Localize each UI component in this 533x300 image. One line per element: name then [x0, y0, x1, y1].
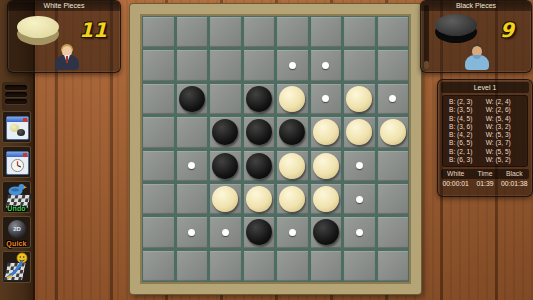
- black-time-header: Black: [500, 169, 529, 179]
- menu-slot: [5, 99, 27, 104]
- black-move: B: (4, 2): [446, 131, 486, 139]
- white-move: W: (5, 2): [486, 156, 511, 164]
- board-cell-4-3[interactable]: [210, 117, 241, 147]
- black-move: B: (3, 6): [446, 123, 486, 131]
- black-panel-title: Black Pieces: [421, 1, 531, 11]
- board-cell-7-4[interactable]: [244, 217, 275, 247]
- white-disc: [279, 186, 305, 212]
- board-cell-5-5[interactable]: [277, 151, 308, 181]
- board-cell-4-2[interactable]: [177, 117, 208, 147]
- time-table-header: White Time Black: [441, 169, 529, 179]
- board-cell-3-2[interactable]: [177, 84, 208, 114]
- move-history-panel: Level 1 B: (2, 3)W: (2, 4)B: (3, 5)W: (2…: [437, 79, 533, 197]
- board-cell-4-5[interactable]: [277, 117, 308, 147]
- white-time-header: White: [441, 169, 470, 179]
- move-row: B: (4, 2)W: (5, 3): [446, 131, 524, 139]
- time-table-values: 00:00:01 01:39 00:01:38: [441, 180, 529, 187]
- board-cell-2-4[interactable]: [244, 50, 275, 80]
- board-cell-7-8[interactable]: [378, 217, 409, 247]
- black-move: B: (2, 1): [446, 148, 486, 156]
- board-cell-5-4[interactable]: [244, 151, 275, 181]
- white-move: W: (2, 6): [486, 106, 511, 114]
- board-cell-2-2[interactable]: [177, 50, 208, 80]
- board-cell-6-4[interactable]: [244, 184, 275, 214]
- board-cell-4-4[interactable]: [244, 117, 275, 147]
- white-disc-icon: [17, 16, 59, 46]
- board-cell-7-1[interactable]: [143, 217, 174, 247]
- new-game-icon: [6, 116, 29, 140]
- white-score-panel: White Pieces 11: [7, 0, 121, 73]
- board-cell-6-8[interactable]: [378, 184, 409, 214]
- white-move: W: (5, 5): [486, 148, 511, 156]
- white-disc: [246, 186, 272, 212]
- white-disc: [313, 153, 339, 179]
- move-hint-dot: [289, 229, 296, 236]
- white-disc: [346, 119, 372, 145]
- board-cell-1-5[interactable]: [277, 17, 308, 47]
- board-cell-8-5[interactable]: [277, 251, 308, 281]
- white-move: W: (3, 7): [486, 139, 511, 147]
- black-disc: [246, 219, 272, 245]
- menu-slot: [5, 92, 27, 97]
- board-cell-1-6[interactable]: [311, 17, 342, 47]
- board-cell-4-8[interactable]: [378, 117, 409, 147]
- board-cell-3-5[interactable]: [277, 84, 308, 114]
- board-cell-1-3[interactable]: [210, 17, 241, 47]
- board-cell-2-1[interactable]: [143, 50, 174, 80]
- white-disc: [380, 119, 406, 145]
- undo-bird-icon: [5, 183, 29, 197]
- white-panel-title: White Pieces: [8, 1, 120, 11]
- board-cell-8-7[interactable]: [344, 251, 375, 281]
- board-grid: [130, 4, 421, 294]
- black-move: B: (3, 5): [446, 106, 486, 114]
- moves-list: B: (2, 3)W: (2, 4)B: (3, 5)W: (2, 6)B: (…: [442, 95, 528, 167]
- board-cell-2-6[interactable]: [311, 50, 342, 80]
- move-row: B: (6, 5)W: (3, 7): [446, 139, 524, 147]
- board-cell-3-6[interactable]: [311, 84, 342, 114]
- board-cell-4-1[interactable]: [143, 117, 174, 147]
- panel-scrollbar[interactable]: [424, 5, 429, 69]
- board-cell-7-5[interactable]: [277, 217, 308, 247]
- board-cell-3-1[interactable]: [143, 84, 174, 114]
- board-cell-4-7[interactable]: [344, 117, 375, 147]
- clock-settings-button[interactable]: [2, 146, 31, 178]
- clock-window-icon: [6, 151, 29, 175]
- black-move: B: (6, 5): [446, 139, 486, 147]
- white-disc: [279, 86, 305, 112]
- board-cell-8-3[interactable]: [210, 251, 241, 281]
- black-piece-count: 9: [500, 18, 514, 42]
- quick-button-label: Quick: [3, 240, 30, 247]
- black-disc: [179, 86, 205, 112]
- black-disc: [246, 119, 272, 145]
- white-disc: [346, 86, 372, 112]
- board-cell-8-1[interactable]: [143, 251, 174, 281]
- board-cell-8-4[interactable]: [244, 251, 275, 281]
- black-disc: [313, 219, 339, 245]
- board-cell-2-3[interactable]: [210, 50, 241, 80]
- black-disc: [212, 119, 238, 145]
- board-cell-5-3[interactable]: [210, 151, 241, 181]
- board-cell-7-7[interactable]: [344, 217, 375, 247]
- board-cell-6-1[interactable]: [143, 184, 174, 214]
- time-header: Time: [470, 169, 499, 179]
- board-cell-3-8[interactable]: [378, 84, 409, 114]
- board-cell-7-3[interactable]: [210, 217, 241, 247]
- board-cell-3-3[interactable]: [210, 84, 241, 114]
- black-disc: [246, 153, 272, 179]
- white-piece-count: 11: [79, 18, 107, 42]
- move-hint-dot: [356, 229, 363, 236]
- board-cell-1-1[interactable]: [143, 17, 174, 47]
- white-move: W: (2, 4): [486, 98, 511, 106]
- board-cell-6-6[interactable]: [311, 184, 342, 214]
- board-cell-4-6[interactable]: [311, 117, 342, 147]
- board-cell-6-7[interactable]: [344, 184, 375, 214]
- board-cell-6-2[interactable]: [177, 184, 208, 214]
- quick-2d-icon: 2D: [8, 220, 26, 238]
- black-disc: [246, 86, 272, 112]
- black-move: B: (6, 3): [446, 156, 486, 164]
- black-move: B: (2, 3): [446, 98, 486, 106]
- board-cell-7-6[interactable]: [311, 217, 342, 247]
- white-disc: [313, 119, 339, 145]
- black-player-avatar: [464, 44, 490, 74]
- notation-button[interactable]: [2, 251, 31, 283]
- white-move: W: (5, 4): [486, 115, 511, 123]
- sidebar-menu-slots: [2, 82, 30, 111]
- board-cell-3-4[interactable]: [244, 84, 275, 114]
- move-hint-dot: [188, 162, 195, 169]
- board-cell-5-6[interactable]: [311, 151, 342, 181]
- move-hint-dot: [188, 229, 195, 236]
- move-row: B: (6, 3)W: (5, 2): [446, 156, 524, 164]
- board-cell-8-6[interactable]: [311, 251, 342, 281]
- move-row: B: (3, 6)W: (3, 2): [446, 123, 524, 131]
- undo-button[interactable]: Undo: [2, 181, 31, 213]
- board-cell-5-7[interactable]: [344, 151, 375, 181]
- white-disc: [313, 186, 339, 212]
- menu-slot: [5, 85, 27, 90]
- board-cell-5-1[interactable]: [143, 151, 174, 181]
- board-cell-2-7[interactable]: [344, 50, 375, 80]
- board-cell-3-7[interactable]: [344, 84, 375, 114]
- move-hint-dot: [222, 229, 229, 236]
- board-cell-7-2[interactable]: [177, 217, 208, 247]
- board-cell-5-2[interactable]: [177, 151, 208, 181]
- level-label: Level 1: [441, 82, 529, 93]
- black-time-value: 00:01:38: [500, 180, 529, 187]
- black-disc-icon: [435, 14, 477, 44]
- move-hint-dot: [356, 162, 363, 169]
- white-time-value: 00:00:01: [441, 180, 470, 187]
- white-disc: [279, 153, 305, 179]
- board-cell-8-2[interactable]: [177, 251, 208, 281]
- board-cell-1-7[interactable]: [344, 17, 375, 47]
- move-row: B: (2, 3)W: (2, 4): [446, 98, 524, 106]
- black-disc: [279, 119, 305, 145]
- board-cell-1-4[interactable]: [244, 17, 275, 47]
- notation-icon: [3, 252, 30, 282]
- quick-view-button[interactable]: 2D Quick: [2, 216, 31, 248]
- total-time-value: 01:39: [470, 180, 499, 187]
- board-cell-6-5[interactable]: [277, 184, 308, 214]
- white-disc: [212, 186, 238, 212]
- move-hint-dot: [322, 95, 329, 102]
- board-cell-5-8[interactable]: [378, 151, 409, 181]
- black-move: B: (4, 5): [446, 115, 486, 123]
- board-cell-1-8[interactable]: [378, 17, 409, 47]
- white-player-avatar: [54, 44, 80, 74]
- board-cell-1-2[interactable]: [177, 17, 208, 47]
- board-cell-2-5[interactable]: [277, 50, 308, 80]
- new-game-button[interactable]: [2, 111, 31, 143]
- black-disc: [212, 153, 238, 179]
- undo-button-label: Undo: [3, 205, 30, 212]
- white-move: W: (5, 3): [486, 131, 511, 139]
- move-hint-dot: [322, 62, 329, 69]
- black-score-panel: Black Pieces 9: [420, 0, 532, 73]
- move-row: B: (4, 5)W: (5, 4): [446, 115, 524, 123]
- move-row: B: (3, 5)W: (2, 6): [446, 106, 524, 114]
- move-hint-dot: [289, 62, 296, 69]
- move-hint-dot: [356, 196, 363, 203]
- move-hint-dot: [389, 95, 396, 102]
- board-cell-2-8[interactable]: [378, 50, 409, 80]
- move-row: B: (2, 1)W: (5, 5): [446, 148, 524, 156]
- board-cell-8-8[interactable]: [378, 251, 409, 281]
- game-window: Undo 2D Quick White Pieces 1: [0, 0, 533, 300]
- white-move: W: (3, 2): [486, 123, 511, 131]
- board-cell-6-3[interactable]: [210, 184, 241, 214]
